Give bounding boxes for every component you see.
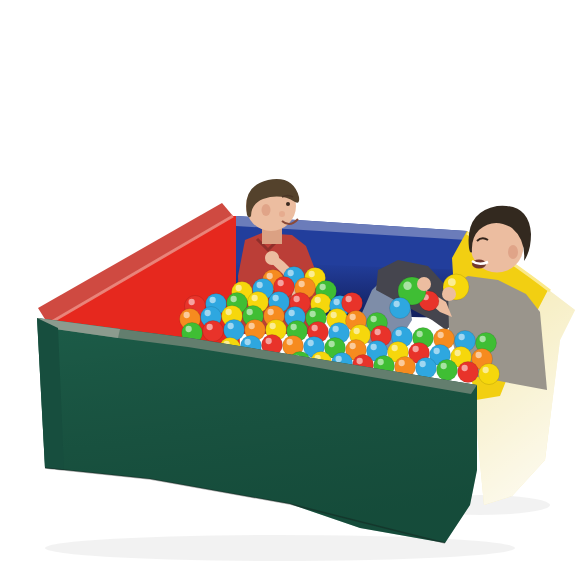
ball-highlight (349, 343, 355, 349)
ball-highlight (244, 339, 250, 345)
ball-highlight (251, 295, 257, 301)
ball-highlight (246, 309, 252, 315)
ball-highlight (269, 323, 275, 329)
ball-highlight (335, 356, 341, 362)
ball-pit-scene (0, 0, 580, 580)
ball-highlight (398, 360, 404, 366)
boy-right-ear (508, 245, 518, 259)
ball-highlight (419, 361, 425, 367)
ball-highlight (377, 359, 383, 365)
ball-highlight (267, 309, 273, 315)
ball-highlight (416, 331, 422, 337)
ball-highlight (265, 338, 271, 344)
ball-highlight (370, 316, 376, 322)
ball-highlight (298, 281, 304, 287)
boy-left-cheek (279, 211, 285, 217)
ball-highlight (393, 301, 399, 307)
ball-highlight (479, 336, 485, 342)
ball-highlight (437, 332, 443, 338)
ball-highlight (395, 330, 401, 336)
ball-highlight (412, 346, 418, 352)
ball-red (203, 321, 224, 342)
ball-blue (390, 298, 411, 319)
ball-highlight (330, 312, 336, 318)
ball-highlight (440, 363, 446, 369)
ball-highlight (328, 341, 334, 347)
ball-highlight (345, 296, 351, 302)
ball-highlight (475, 352, 481, 358)
ball-yellow (479, 364, 500, 385)
ball-highlight (183, 312, 189, 318)
ball-highlight (277, 280, 283, 286)
ball-highlight (256, 282, 262, 288)
ball-highlight (185, 326, 191, 332)
ball-highlight (290, 324, 296, 330)
ball-highlight (288, 310, 294, 316)
boy-left-eye (286, 202, 290, 206)
ball-highlight (356, 358, 362, 364)
boy-left-hand (265, 251, 279, 265)
ball-highlight (227, 323, 233, 329)
ball-highlight (225, 309, 231, 315)
ball-green (437, 360, 458, 381)
ball-highlight (349, 314, 355, 320)
ball-highlight (266, 273, 272, 279)
ball-highlight (461, 365, 467, 371)
ball-highlight (353, 328, 359, 334)
ball-highlight (308, 271, 314, 277)
ball-highlight (403, 281, 411, 289)
ball-highlight (319, 284, 325, 290)
ball-highlight (248, 323, 254, 329)
boy-right-hand-right (442, 287, 456, 301)
ball-highlight (272, 295, 278, 301)
ball-highlight (309, 311, 315, 317)
ball-highlight (287, 270, 293, 276)
ball-blue (416, 358, 437, 379)
boy-right-hand-left (417, 277, 431, 291)
ball-highlight (286, 339, 292, 345)
ball-highlight (293, 296, 299, 302)
boy-left-ear (262, 204, 271, 216)
ball-highlight (230, 296, 236, 302)
ball-highlight (204, 310, 210, 316)
ball-highlight (374, 329, 380, 335)
ball-highlight (235, 285, 241, 291)
ball-highlight (188, 299, 194, 305)
ball-highlight (311, 325, 317, 331)
ball-highlight (370, 344, 376, 350)
ball-highlight (333, 299, 339, 305)
ball-highlight (209, 297, 215, 303)
product-photo-ball-pit (0, 0, 580, 580)
ball-highlight (433, 348, 439, 354)
ball-highlight (307, 340, 313, 346)
ball-highlight (314, 297, 320, 303)
ball-highlight (482, 367, 488, 373)
ball-highlight (206, 324, 212, 330)
ball-red (342, 293, 363, 314)
ball-highlight (458, 334, 464, 340)
ball-highlight (448, 278, 456, 286)
ball-blue (224, 320, 245, 341)
ball-highlight (332, 326, 338, 332)
ball-red (458, 362, 479, 383)
ball-highlight (391, 345, 397, 351)
ball-highlight (454, 350, 460, 356)
